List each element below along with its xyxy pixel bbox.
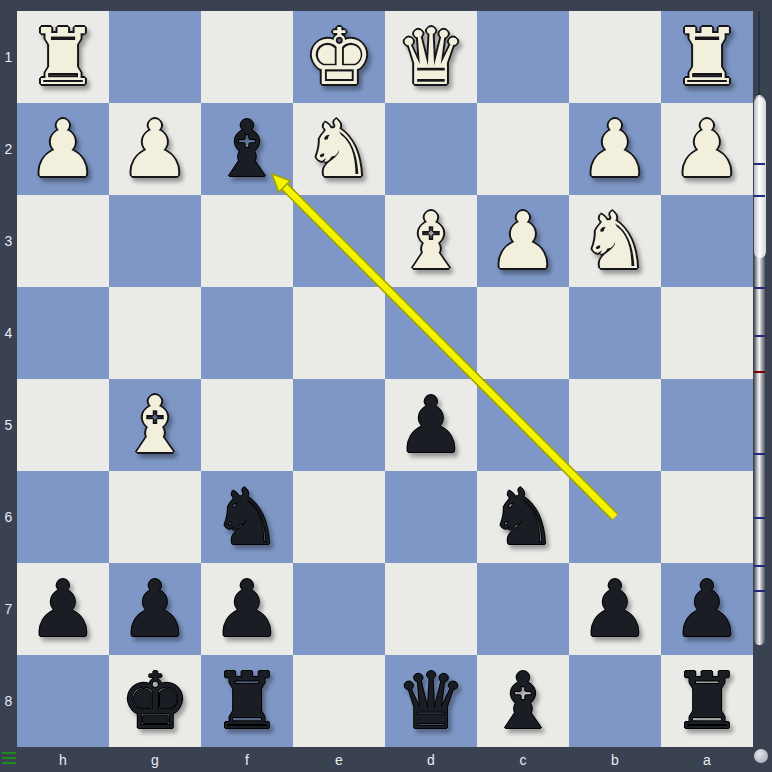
eval-slider-thumb[interactable]: [754, 97, 766, 258]
square-d5[interactable]: ♟: [385, 379, 477, 471]
square-a8[interactable]: ♜: [661, 655, 753, 747]
slider-tick: [754, 163, 765, 165]
slider-tick: [754, 335, 765, 337]
square-c1[interactable]: [477, 11, 569, 103]
white-bishop-g5[interactable]: ♝: [109, 379, 201, 471]
square-g2[interactable]: ♟: [109, 103, 201, 195]
square-c6[interactable]: ♞: [477, 471, 569, 563]
square-c7[interactable]: [477, 563, 569, 655]
slider-tick: [754, 195, 765, 197]
black-king-g8[interactable]: ♚: [109, 655, 201, 747]
square-c2[interactable]: [477, 103, 569, 195]
white-queen-d1[interactable]: ♛: [385, 11, 477, 103]
rank-label-4: 4: [0, 323, 17, 343]
file-label-d: d: [385, 750, 477, 770]
black-pawn-d5[interactable]: ♟: [385, 379, 477, 471]
white-knight-b3[interactable]: ♞: [569, 195, 661, 287]
black-pawn-a7[interactable]: ♟: [661, 563, 753, 655]
square-c5[interactable]: [477, 379, 569, 471]
square-b6[interactable]: [569, 471, 661, 563]
rank-label-3: 3: [0, 231, 17, 251]
black-pawn-b7[interactable]: ♟: [569, 563, 661, 655]
square-e8[interactable]: [293, 655, 385, 747]
file-label-h: h: [17, 750, 109, 770]
square-g8[interactable]: ♚: [109, 655, 201, 747]
slider-tick: [754, 287, 765, 289]
slider-tick: [754, 565, 765, 567]
file-label-c: c: [477, 750, 569, 770]
chess-app-window: ♜♚♛♜♟♟♝♞♟♟♝♟♞♝♟♞♞♟♟♟♟♟♚♜♛♝♜ 12345678 hgf…: [0, 0, 772, 772]
rank-label-5: 5: [0, 415, 17, 435]
black-knight-f6[interactable]: ♞: [201, 471, 293, 563]
square-f8[interactable]: ♜: [201, 655, 293, 747]
square-a6[interactable]: [661, 471, 753, 563]
black-pawn-f7[interactable]: ♟: [201, 563, 293, 655]
square-a5[interactable]: [661, 379, 753, 471]
white-rook-a1[interactable]: ♜: [661, 11, 753, 103]
square-f6[interactable]: ♞: [201, 471, 293, 563]
square-e5[interactable]: [293, 379, 385, 471]
square-e3[interactable]: [293, 195, 385, 287]
square-b5[interactable]: [569, 379, 661, 471]
square-d2[interactable]: [385, 103, 477, 195]
white-knight-e2[interactable]: ♞: [293, 103, 385, 195]
white-pawn-h2[interactable]: ♟: [17, 103, 109, 195]
file-label-a: a: [661, 750, 753, 770]
black-queen-d8[interactable]: ♛: [385, 655, 477, 747]
square-a3[interactable]: [661, 195, 753, 287]
square-h3[interactable]: [17, 195, 109, 287]
menu-icon-bar: [2, 762, 16, 764]
square-e6[interactable]: [293, 471, 385, 563]
square-c3[interactable]: ♟: [477, 195, 569, 287]
white-king-e1[interactable]: ♚: [293, 11, 385, 103]
white-pawn-b2[interactable]: ♟: [569, 103, 661, 195]
file-label-b: b: [569, 750, 661, 770]
slider-tick: [754, 453, 765, 455]
square-h6[interactable]: [17, 471, 109, 563]
square-a2[interactable]: ♟: [661, 103, 753, 195]
square-h2[interactable]: ♟: [17, 103, 109, 195]
file-label-e: e: [293, 750, 385, 770]
rank-label-8: 8: [0, 691, 17, 711]
square-d6[interactable]: [385, 471, 477, 563]
white-bishop-d3[interactable]: ♝: [385, 195, 477, 287]
slider-groove: [758, 11, 760, 95]
square-h8[interactable]: [17, 655, 109, 747]
menu-icon-bar: [2, 757, 16, 759]
rank-label-7: 7: [0, 599, 17, 619]
square-f1[interactable]: [201, 11, 293, 103]
square-a1[interactable]: ♜: [661, 11, 753, 103]
rank-label-2: 2: [0, 139, 17, 159]
square-g6[interactable]: [109, 471, 201, 563]
square-b7[interactable]: ♟: [569, 563, 661, 655]
square-b8[interactable]: [569, 655, 661, 747]
white-pawn-c3[interactable]: ♟: [477, 195, 569, 287]
square-f4[interactable]: [201, 287, 293, 379]
square-h4[interactable]: [17, 287, 109, 379]
black-pawn-h7[interactable]: ♟: [17, 563, 109, 655]
square-h5[interactable]: [17, 379, 109, 471]
square-f7[interactable]: ♟: [201, 563, 293, 655]
square-b3[interactable]: ♞: [569, 195, 661, 287]
square-d8[interactable]: ♛: [385, 655, 477, 747]
square-d3[interactable]: ♝: [385, 195, 477, 287]
square-c8[interactable]: ♝: [477, 655, 569, 747]
white-rook-h1[interactable]: ♜: [17, 11, 109, 103]
square-e2[interactable]: ♞: [293, 103, 385, 195]
file-label-g: g: [109, 750, 201, 770]
square-e1[interactable]: ♚: [293, 11, 385, 103]
black-pawn-g7[interactable]: ♟: [109, 563, 201, 655]
square-a7[interactable]: ♟: [661, 563, 753, 655]
black-bishop-f2[interactable]: ♝: [201, 103, 293, 195]
square-g1[interactable]: [109, 11, 201, 103]
white-pawn-g2[interactable]: ♟: [109, 103, 201, 195]
square-b2[interactable]: ♟: [569, 103, 661, 195]
nav-circle-button[interactable]: [754, 749, 768, 763]
menu-icon-bar: [2, 752, 16, 754]
black-bishop-c8[interactable]: ♝: [477, 655, 569, 747]
square-b4[interactable]: [569, 287, 661, 379]
black-rook-f8[interactable]: ♜: [201, 655, 293, 747]
rank-label-1: 1: [0, 47, 17, 67]
file-label-f: f: [201, 750, 293, 770]
square-e4[interactable]: [293, 287, 385, 379]
square-g7[interactable]: ♟: [109, 563, 201, 655]
square-g3[interactable]: [109, 195, 201, 287]
square-g4[interactable]: [109, 287, 201, 379]
square-g5[interactable]: ♝: [109, 379, 201, 471]
square-a4[interactable]: [661, 287, 753, 379]
black-knight-c6[interactable]: ♞: [477, 471, 569, 563]
square-f2[interactable]: ♝: [201, 103, 293, 195]
square-d7[interactable]: [385, 563, 477, 655]
square-d4[interactable]: [385, 287, 477, 379]
square-d1[interactable]: ♛: [385, 11, 477, 103]
white-pawn-a2[interactable]: ♟: [661, 103, 753, 195]
square-c4[interactable]: [477, 287, 569, 379]
square-e7[interactable]: [293, 563, 385, 655]
square-f3[interactable]: [201, 195, 293, 287]
slider-tick: [754, 590, 765, 592]
rank-label-6: 6: [0, 507, 17, 527]
square-h1[interactable]: ♜: [17, 11, 109, 103]
chess-board: ♜♚♛♜♟♟♝♞♟♟♝♟♞♝♟♞♞♟♟♟♟♟♚♜♛♝♜: [17, 11, 753, 747]
square-h7[interactable]: ♟: [17, 563, 109, 655]
slider-tick: [754, 517, 765, 519]
square-b1[interactable]: [569, 11, 661, 103]
black-rook-a8[interactable]: ♜: [661, 655, 753, 747]
slider-tick: [754, 371, 765, 373]
square-f5[interactable]: [201, 379, 293, 471]
